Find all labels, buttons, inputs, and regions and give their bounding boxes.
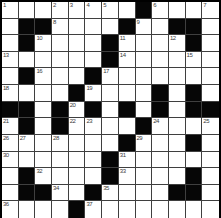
cell-r9c11[interactable] xyxy=(169,135,186,152)
cell-r10c1[interactable]: 30 xyxy=(2,152,19,169)
clue-number-24: 24 xyxy=(153,118,159,125)
cell-r7c3[interactable] xyxy=(35,102,52,119)
cell-r8c10[interactable]: 24 xyxy=(152,118,169,135)
clue-number-33: 33 xyxy=(120,168,126,175)
cell-r1c6[interactable]: 4 xyxy=(85,2,102,19)
cell-r11c11[interactable] xyxy=(169,168,186,185)
cell-r13c8[interactable] xyxy=(119,201,136,218)
cell-r4c12[interactable]: 15 xyxy=(186,52,203,69)
clue-number-9: 9 xyxy=(137,19,140,26)
cell-r5c13[interactable] xyxy=(202,68,219,85)
black-cell-r3c12 xyxy=(186,35,203,52)
cell-r12c13[interactable] xyxy=(202,185,219,202)
cell-r11c10[interactable] xyxy=(152,168,169,185)
cell-r5c8[interactable] xyxy=(119,68,136,85)
cell-r8c7[interactable] xyxy=(102,118,119,135)
cell-r8c12[interactable] xyxy=(186,118,203,135)
cell-r9c4[interactable]: 28 xyxy=(52,135,69,152)
cell-r11c4[interactable] xyxy=(52,168,69,185)
cell-r13c11[interactable] xyxy=(169,201,186,218)
cell-r1c5[interactable]: 3 xyxy=(69,2,86,19)
black-cell-r10c7 xyxy=(102,152,119,169)
cell-r11c13[interactable] xyxy=(202,168,219,185)
cell-r3c6[interactable] xyxy=(85,35,102,52)
black-cell-r7c4 xyxy=(52,102,69,119)
clue-number-18: 18 xyxy=(3,85,9,92)
cell-r1c3[interactable] xyxy=(35,2,52,19)
cell-r10c12[interactable] xyxy=(186,152,203,169)
cell-r10c10[interactable] xyxy=(152,152,169,169)
cell-r11c8[interactable]: 33 xyxy=(119,168,136,185)
cell-r5c10[interactable] xyxy=(152,68,169,85)
clue-number-16: 16 xyxy=(36,68,42,75)
clue-number-1: 1 xyxy=(3,2,6,9)
black-cell-r7c12 xyxy=(186,102,203,119)
clue-number-25: 25 xyxy=(203,118,209,125)
clue-number-26: 26 xyxy=(3,135,9,142)
cell-r10c6[interactable] xyxy=(85,152,102,169)
black-cell-r1c9 xyxy=(136,2,153,19)
cell-r13c6[interactable]: 37 xyxy=(85,201,102,218)
cell-r9c13[interactable] xyxy=(202,135,219,152)
black-cell-r5c2 xyxy=(19,68,36,85)
cell-r2c1[interactable] xyxy=(2,19,19,36)
cell-r4c9[interactable] xyxy=(136,52,153,69)
cell-r4c3[interactable] xyxy=(35,52,52,69)
cell-r10c9[interactable] xyxy=(136,152,153,169)
cell-r1c13[interactable]: 7 xyxy=(202,2,219,19)
black-cell-r7c6 xyxy=(85,102,102,119)
cell-r3c11[interactable]: 12 xyxy=(169,35,186,52)
black-cell-r12c2 xyxy=(19,185,36,202)
cell-r11c5[interactable] xyxy=(69,168,86,185)
black-cell-r11c12 xyxy=(186,168,203,185)
black-cell-r11c7 xyxy=(102,168,119,185)
clue-number-19: 19 xyxy=(86,85,92,92)
cell-r6c1[interactable]: 18 xyxy=(2,85,19,102)
cell-r1c8[interactable] xyxy=(119,2,136,19)
black-cell-r7c13 xyxy=(202,102,219,119)
cell-r9c5[interactable] xyxy=(69,135,86,152)
cell-r9c6[interactable] xyxy=(85,135,102,152)
black-cell-r12c3 xyxy=(35,185,52,202)
cell-r13c3[interactable] xyxy=(35,201,52,218)
cell-r5c12[interactable] xyxy=(186,68,203,85)
cell-r8c6[interactable]: 23 xyxy=(85,118,102,135)
cell-r6c13[interactable] xyxy=(202,85,219,102)
black-cell-r6c5 xyxy=(69,85,86,102)
black-cell-r9c8 xyxy=(119,135,136,152)
cell-r10c5[interactable] xyxy=(69,152,86,169)
black-cell-r12c11 xyxy=(169,185,186,202)
cell-r1c10[interactable]: 6 xyxy=(152,2,169,19)
cell-r9c3[interactable] xyxy=(35,135,52,152)
black-cell-r8c2 xyxy=(19,118,36,135)
crossword-board: 1234567891011121314151617181920212223242… xyxy=(0,0,221,218)
clue-number-13: 13 xyxy=(3,52,9,59)
cell-r9c10[interactable] xyxy=(152,135,169,152)
cell-r1c11[interactable] xyxy=(169,2,186,19)
cell-r3c9[interactable] xyxy=(136,35,153,52)
black-cell-r4c7 xyxy=(102,52,119,69)
cell-r9c9[interactable]: 29 xyxy=(136,135,153,152)
cell-r4c2[interactable] xyxy=(19,52,36,69)
cell-r4c6[interactable] xyxy=(85,52,102,69)
cell-r12c9[interactable] xyxy=(136,185,153,202)
cell-r11c6[interactable] xyxy=(85,168,102,185)
cell-r10c11[interactable] xyxy=(169,152,186,169)
cell-r3c5[interactable] xyxy=(69,35,86,52)
cell-r3c3[interactable]: 10 xyxy=(35,35,52,52)
cell-r6c8[interactable] xyxy=(119,85,136,102)
black-cell-r8c4 xyxy=(52,118,69,135)
clue-number-31: 31 xyxy=(120,152,126,159)
cell-r8c11[interactable] xyxy=(169,118,186,135)
clue-number-12: 12 xyxy=(170,35,176,42)
clue-number-3: 3 xyxy=(70,2,73,9)
black-cell-r9c12 xyxy=(186,135,203,152)
cell-r7c5[interactable]: 20 xyxy=(69,102,86,119)
clue-number-17: 17 xyxy=(103,68,109,75)
cell-r1c1[interactable]: 1 xyxy=(2,2,19,19)
clue-number-15: 15 xyxy=(187,52,193,59)
cell-r3c13[interactable] xyxy=(202,35,219,52)
cell-r6c3[interactable] xyxy=(35,85,52,102)
cell-r5c11[interactable] xyxy=(169,68,186,85)
cell-r8c3[interactable] xyxy=(35,118,52,135)
cell-r1c4[interactable]: 2 xyxy=(52,2,69,19)
cell-r13c13[interactable] xyxy=(202,201,219,218)
cell-r6c7[interactable] xyxy=(102,85,119,102)
cell-r13c9[interactable] xyxy=(136,201,153,218)
clue-number-35: 35 xyxy=(103,185,109,192)
black-cell-r2c3 xyxy=(35,19,52,36)
cell-r5c5[interactable] xyxy=(69,68,86,85)
clue-number-37: 37 xyxy=(86,201,92,208)
black-cell-r12c6 xyxy=(85,185,102,202)
cell-r3c10[interactable] xyxy=(152,35,169,52)
cell-r2c6[interactable] xyxy=(85,19,102,36)
cell-r11c1[interactable] xyxy=(2,168,19,185)
cell-r2c9[interactable]: 9 xyxy=(136,19,153,36)
cell-r10c4[interactable] xyxy=(52,152,69,169)
clue-number-8: 8 xyxy=(53,19,56,26)
cell-r9c2[interactable]: 27 xyxy=(19,135,36,152)
clue-number-36: 36 xyxy=(3,201,9,208)
cell-r6c11[interactable] xyxy=(169,85,186,102)
cell-r12c10[interactable] xyxy=(152,185,169,202)
black-cell-r6c10 xyxy=(152,85,169,102)
cell-r5c7[interactable]: 17 xyxy=(102,68,119,85)
cell-r4c10[interactable] xyxy=(152,52,169,69)
black-cell-r7c8 xyxy=(119,102,136,119)
cell-r7c9[interactable] xyxy=(136,102,153,119)
black-cell-r6c12 xyxy=(186,85,203,102)
black-cell-r12c12 xyxy=(186,185,203,202)
cell-r6c2[interactable] xyxy=(19,85,36,102)
cell-r8c5[interactable]: 22 xyxy=(69,118,86,135)
cell-r9c1[interactable]: 26 xyxy=(2,135,19,152)
cell-r5c3[interactable]: 16 xyxy=(35,68,52,85)
clue-number-21: 21 xyxy=(3,118,9,125)
cell-r2c4[interactable]: 8 xyxy=(52,19,69,36)
black-cell-r3c7 xyxy=(102,35,119,52)
cell-r3c1[interactable] xyxy=(2,35,19,52)
clue-number-4: 4 xyxy=(86,2,89,9)
cell-r12c4[interactable]: 34 xyxy=(52,185,69,202)
cell-r13c4[interactable] xyxy=(52,201,69,218)
cell-r6c9[interactable] xyxy=(136,85,153,102)
cell-r2c13[interactable] xyxy=(202,19,219,36)
cell-r4c13[interactable] xyxy=(202,52,219,69)
black-cell-r11c2 xyxy=(19,168,36,185)
black-cell-r13c5 xyxy=(69,201,86,218)
clue-number-10: 10 xyxy=(36,35,42,42)
black-cell-r8c9 xyxy=(136,118,153,135)
black-cell-r2c2 xyxy=(19,19,36,36)
cell-r11c3[interactable]: 32 xyxy=(35,168,52,185)
cell-r4c8[interactable]: 14 xyxy=(119,52,136,69)
clue-number-30: 30 xyxy=(3,152,9,159)
cell-r4c5[interactable] xyxy=(69,52,86,69)
cell-r2c10[interactable] xyxy=(152,19,169,36)
black-cell-r7c1 xyxy=(2,102,19,119)
cell-r3c8[interactable]: 11 xyxy=(119,35,136,52)
cell-r10c13[interactable] xyxy=(202,152,219,169)
cell-r8c13[interactable]: 25 xyxy=(202,118,219,135)
cell-r10c2[interactable] xyxy=(19,152,36,169)
cell-r2c5[interactable] xyxy=(69,19,86,36)
cell-r13c1[interactable]: 36 xyxy=(2,201,19,218)
black-cell-r3c2 xyxy=(19,35,36,52)
cell-r1c7[interactable]: 5 xyxy=(102,2,119,19)
clue-number-22: 22 xyxy=(70,118,76,125)
cell-r13c7[interactable] xyxy=(102,201,119,218)
clue-number-5: 5 xyxy=(103,2,106,9)
cell-r11c9[interactable] xyxy=(136,168,153,185)
black-cell-r7c10 xyxy=(152,102,169,119)
cell-r1c2[interactable] xyxy=(19,2,36,19)
cell-r10c3[interactable] xyxy=(35,152,52,169)
black-cell-r5c6 xyxy=(85,68,102,85)
cell-r4c1[interactable]: 13 xyxy=(2,52,19,69)
cell-r7c11[interactable] xyxy=(169,102,186,119)
cell-r12c5[interactable] xyxy=(69,185,86,202)
cell-r8c1[interactable]: 21 xyxy=(2,118,19,135)
cell-r1c12[interactable] xyxy=(186,2,203,19)
black-cell-r7c2 xyxy=(19,102,36,119)
cell-r8c8[interactable] xyxy=(119,118,136,135)
cell-r6c4[interactable] xyxy=(52,85,69,102)
cell-r10c8[interactable]: 31 xyxy=(119,152,136,169)
clue-number-2: 2 xyxy=(53,2,56,9)
crossword-grid: 1234567891011121314151617181920212223242… xyxy=(0,0,221,218)
cell-r4c11[interactable] xyxy=(169,52,186,69)
clue-number-11: 11 xyxy=(120,35,125,42)
cell-r3c4[interactable] xyxy=(52,35,69,52)
cell-r5c1[interactable] xyxy=(2,68,19,85)
cell-r12c7[interactable]: 35 xyxy=(102,185,119,202)
cell-r9c7[interactable] xyxy=(102,135,119,152)
cell-r13c10[interactable] xyxy=(152,201,169,218)
black-cell-r2c12 xyxy=(186,19,203,36)
clue-number-27: 27 xyxy=(20,135,26,142)
clue-number-23: 23 xyxy=(86,118,92,125)
cell-r2c7[interactable] xyxy=(102,19,119,36)
clue-number-29: 29 xyxy=(137,135,143,142)
cell-r12c8[interactable] xyxy=(119,185,136,202)
clue-number-6: 6 xyxy=(153,2,156,9)
cell-r6c6[interactable]: 19 xyxy=(85,85,102,102)
cell-r5c9[interactable] xyxy=(136,68,153,85)
cell-r13c2[interactable] xyxy=(19,201,36,218)
clue-number-20: 20 xyxy=(70,102,76,109)
cell-r5c4[interactable] xyxy=(52,68,69,85)
cell-r12c1[interactable] xyxy=(2,185,19,202)
cell-r13c12[interactable] xyxy=(186,201,203,218)
cell-r7c7[interactable] xyxy=(102,102,119,119)
clue-number-14: 14 xyxy=(120,52,126,59)
clue-number-28: 28 xyxy=(53,135,59,142)
clue-number-7: 7 xyxy=(203,2,206,9)
black-cell-r2c8 xyxy=(119,19,136,36)
clue-number-32: 32 xyxy=(36,168,42,175)
black-cell-r2c11 xyxy=(169,19,186,36)
clue-number-34: 34 xyxy=(53,185,59,192)
cell-r4c4[interactable] xyxy=(52,52,69,69)
